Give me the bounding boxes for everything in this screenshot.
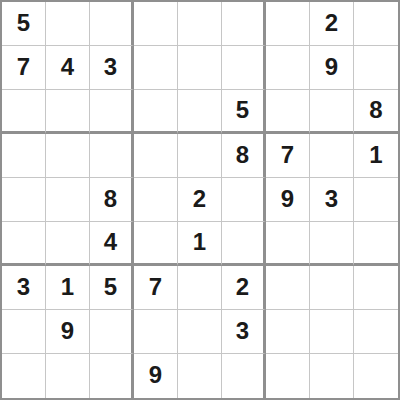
- given-digit: 7: [17, 55, 30, 79]
- cell-r6c8[interactable]: [310, 222, 354, 266]
- cell-r4c3[interactable]: [90, 134, 134, 178]
- cell-r3c6[interactable]: 5: [222, 90, 266, 134]
- given-digit: 2: [325, 11, 338, 35]
- given-digit: 1: [61, 275, 74, 299]
- cell-r8c4[interactable]: [134, 310, 178, 354]
- cell-r2c2[interactable]: 4: [46, 46, 90, 90]
- given-digit: 3: [325, 187, 338, 211]
- cell-r8c9[interactable]: [354, 310, 398, 354]
- cell-r2c9[interactable]: [354, 46, 398, 90]
- cell-r6c7[interactable]: [266, 222, 310, 266]
- cell-r3c5[interactable]: [178, 90, 222, 134]
- given-digit: 9: [149, 363, 162, 387]
- cell-r4c8[interactable]: [310, 134, 354, 178]
- cell-r9c2[interactable]: [46, 354, 90, 398]
- cell-r3c1[interactable]: [2, 90, 46, 134]
- cell-r2c3[interactable]: 3: [90, 46, 134, 90]
- cell-r8c7[interactable]: [266, 310, 310, 354]
- cell-r3c3[interactable]: [90, 90, 134, 134]
- cell-r2c7[interactable]: [266, 46, 310, 90]
- cell-r4c9[interactable]: 1: [354, 134, 398, 178]
- cell-r5c4[interactable]: [134, 178, 178, 222]
- given-digit: 1: [369, 143, 382, 167]
- cell-r6c1[interactable]: [2, 222, 46, 266]
- given-digit: 9: [61, 319, 74, 343]
- cell-r5c2[interactable]: [46, 178, 90, 222]
- cell-r5c1[interactable]: [2, 178, 46, 222]
- given-digit: 4: [61, 55, 74, 79]
- cell-r2c6[interactable]: [222, 46, 266, 90]
- cell-r8c6[interactable]: 3: [222, 310, 266, 354]
- given-digit: 3: [236, 319, 249, 343]
- given-digit: 2: [236, 275, 249, 299]
- cell-r1c9[interactable]: [354, 2, 398, 46]
- cell-r9c1[interactable]: [2, 354, 46, 398]
- cell-r9c3[interactable]: [90, 354, 134, 398]
- cell-r6c2[interactable]: [46, 222, 90, 266]
- cell-r5c9[interactable]: [354, 178, 398, 222]
- cell-r7c6[interactable]: 2: [222, 266, 266, 310]
- given-digit: 8: [236, 143, 249, 167]
- cell-r5c6[interactable]: [222, 178, 266, 222]
- cell-r9c4[interactable]: 9: [134, 354, 178, 398]
- given-digit: 9: [325, 55, 338, 79]
- cell-r1c8[interactable]: 2: [310, 2, 354, 46]
- cell-r9c7[interactable]: [266, 354, 310, 398]
- cell-r5c3[interactable]: 8: [90, 178, 134, 222]
- cell-r7c7[interactable]: [266, 266, 310, 310]
- cell-r8c8[interactable]: [310, 310, 354, 354]
- cell-r9c5[interactable]: [178, 354, 222, 398]
- cell-r2c5[interactable]: [178, 46, 222, 90]
- cell-r8c2[interactable]: 9: [46, 310, 90, 354]
- given-digit: 8: [104, 187, 117, 211]
- cell-r8c1[interactable]: [2, 310, 46, 354]
- cell-r8c3[interactable]: [90, 310, 134, 354]
- cell-r3c7[interactable]: [266, 90, 310, 134]
- cell-r1c1[interactable]: 5: [2, 2, 46, 46]
- cell-r4c6[interactable]: 8: [222, 134, 266, 178]
- cell-r1c2[interactable]: [46, 2, 90, 46]
- given-digit: 5: [236, 98, 249, 122]
- given-digit: 3: [17, 275, 30, 299]
- sudoku-board: 5274395887182934131572939: [0, 0, 400, 400]
- given-digit: 2: [193, 187, 206, 211]
- cell-r5c7[interactable]: 9: [266, 178, 310, 222]
- cell-r1c3[interactable]: [90, 2, 134, 46]
- cell-r8c5[interactable]: [178, 310, 222, 354]
- cell-r1c5[interactable]: [178, 2, 222, 46]
- cell-r5c8[interactable]: 3: [310, 178, 354, 222]
- cell-r7c4[interactable]: 7: [134, 266, 178, 310]
- sudoku-grid: 5274395887182934131572939: [2, 2, 398, 398]
- given-digit: 3: [104, 55, 117, 79]
- cell-r2c1[interactable]: 7: [2, 46, 46, 90]
- cell-r7c1[interactable]: 3: [2, 266, 46, 310]
- cell-r4c4[interactable]: [134, 134, 178, 178]
- cell-r3c9[interactable]: 8: [354, 90, 398, 134]
- given-digit: 7: [149, 275, 162, 299]
- given-digit: 8: [369, 98, 382, 122]
- cell-r2c8[interactable]: 9: [310, 46, 354, 90]
- given-digit: 5: [17, 11, 30, 35]
- cell-r4c5[interactable]: [178, 134, 222, 178]
- cell-r2c4[interactable]: [134, 46, 178, 90]
- cell-r4c2[interactable]: [46, 134, 90, 178]
- cell-r6c4[interactable]: [134, 222, 178, 266]
- cell-r6c5[interactable]: 1: [178, 222, 222, 266]
- cell-r7c8[interactable]: [310, 266, 354, 310]
- given-digit: 9: [281, 187, 294, 211]
- cell-r3c4[interactable]: [134, 90, 178, 134]
- cell-r9c8[interactable]: [310, 354, 354, 398]
- given-digit: 1: [193, 230, 206, 254]
- given-digit: 4: [104, 230, 117, 254]
- cell-r1c4[interactable]: [134, 2, 178, 46]
- cell-r9c9[interactable]: [354, 354, 398, 398]
- cell-r6c9[interactable]: [354, 222, 398, 266]
- cell-r3c2[interactable]: [46, 90, 90, 134]
- cell-r4c1[interactable]: [2, 134, 46, 178]
- cell-r7c9[interactable]: [354, 266, 398, 310]
- cell-r4c7[interactable]: 7: [266, 134, 310, 178]
- cell-r1c6[interactable]: [222, 2, 266, 46]
- cell-r9c6[interactable]: [222, 354, 266, 398]
- cell-r3c8[interactable]: [310, 90, 354, 134]
- cell-r6c3[interactable]: 4: [90, 222, 134, 266]
- cell-r6c6[interactable]: [222, 222, 266, 266]
- cell-r7c2[interactable]: 1: [46, 266, 90, 310]
- given-digit: 5: [104, 275, 117, 299]
- given-digit: 7: [281, 143, 294, 167]
- cell-r7c3[interactable]: 5: [90, 266, 134, 310]
- cell-r7c5[interactable]: [178, 266, 222, 310]
- cell-r5c5[interactable]: 2: [178, 178, 222, 222]
- cell-r1c7[interactable]: [266, 2, 310, 46]
